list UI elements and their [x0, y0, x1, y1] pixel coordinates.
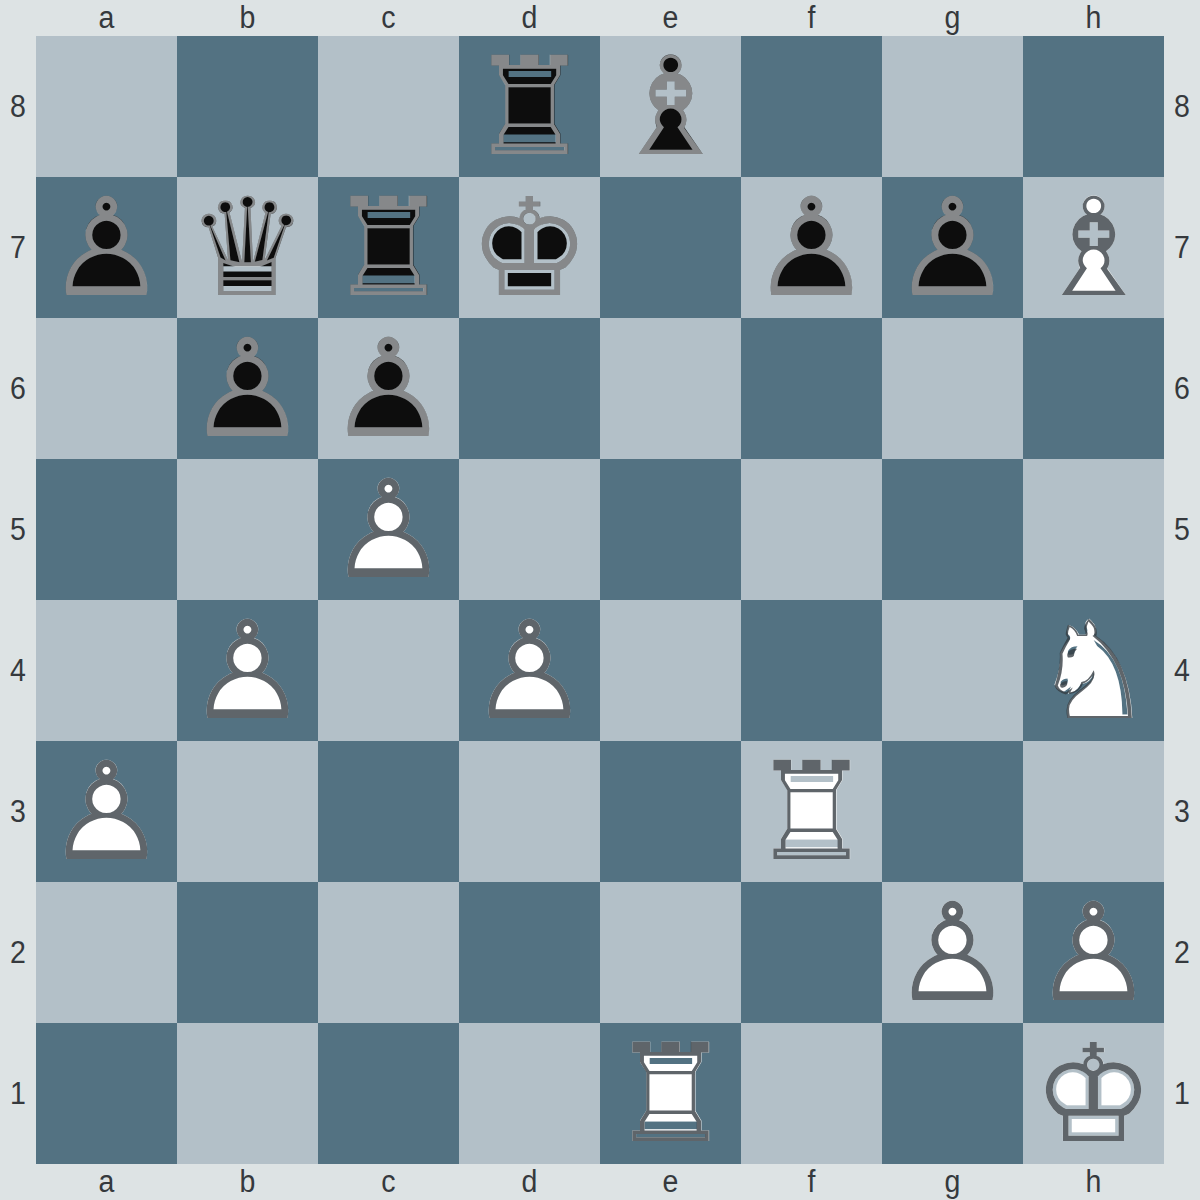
piece-white-pawn: ♟♙: [36, 741, 177, 882]
white-pawn-glyph: ♟: [177, 600, 318, 741]
piece-white-rook: ♜♖: [741, 741, 882, 882]
white-pawn-glyph: ♟: [459, 600, 600, 741]
square-f3[interactable]: ♜♖: [741, 741, 882, 882]
piece-white-pawn: ♟♙: [459, 600, 600, 741]
square-a6[interactable]: [36, 318, 177, 459]
rank-label-4-right: 4: [1165, 600, 1198, 741]
file-label-g-bottom: g: [888, 1164, 1018, 1200]
square-c2[interactable]: [318, 882, 459, 1023]
white-pawn-glyph: ♟: [882, 882, 1023, 1023]
square-d4[interactable]: ♟♙: [459, 600, 600, 741]
white-pawn-detail: ♙: [882, 882, 1023, 1023]
square-a8[interactable]: [36, 36, 177, 177]
piece-black-pawn: ♟♙: [741, 177, 882, 318]
square-d7[interactable]: ♚♔: [459, 177, 600, 318]
rank-label-5-left: 5: [1, 459, 34, 600]
white-pawn-glyph: ♟: [36, 741, 177, 882]
black-pawn-glyph: ♟: [36, 177, 177, 318]
black-queen-glyph: ♛: [177, 177, 318, 318]
square-f6[interactable]: [741, 318, 882, 459]
square-b5[interactable]: [177, 459, 318, 600]
white-rook-detail: ♖: [741, 741, 882, 882]
square-e7[interactable]: [600, 177, 741, 318]
board-corner: [1164, 0, 1200, 36]
piece-black-pawn: ♟♙: [882, 177, 1023, 318]
black-pawn-detail: ♙: [318, 318, 459, 459]
board-corner: [1164, 1164, 1200, 1200]
white-pawn-detail: ♙: [36, 741, 177, 882]
square-e6[interactable]: [600, 318, 741, 459]
square-g6[interactable]: [882, 318, 1023, 459]
square-b8[interactable]: [177, 36, 318, 177]
square-c1[interactable]: [318, 1023, 459, 1164]
rank-label-4-left: 4: [1, 600, 34, 741]
square-e8[interactable]: ♝♗: [600, 36, 741, 177]
rank-label-8-right: 8: [1165, 36, 1198, 177]
piece-black-rook: ♜♖: [459, 36, 600, 177]
file-label-d-top: d: [465, 0, 595, 36]
square-d6[interactable]: [459, 318, 600, 459]
square-f5[interactable]: [741, 459, 882, 600]
black-bishop-glyph: ♝: [600, 36, 741, 177]
black-pawn-detail: ♙: [741, 177, 882, 318]
black-pawn-detail: ♙: [177, 318, 318, 459]
square-d5[interactable]: [459, 459, 600, 600]
piece-black-king: ♚♔: [459, 177, 600, 318]
white-pawn-detail: ♙: [318, 459, 459, 600]
white-pawn-detail: ♙: [177, 600, 318, 741]
square-c8[interactable]: [318, 36, 459, 177]
black-pawn-detail: ♙: [882, 177, 1023, 318]
square-c5[interactable]: ♟♙: [318, 459, 459, 600]
piece-white-pawn: ♟♙: [177, 600, 318, 741]
piece-black-bishop: ♝♗: [600, 36, 741, 177]
piece-white-pawn: ♟♙: [318, 459, 459, 600]
square-h5[interactable]: [1023, 459, 1164, 600]
white-king-detail: ♔: [1023, 1023, 1164, 1164]
white-king-glyph: ♚: [1023, 1023, 1164, 1164]
piece-black-queen: ♛♕: [177, 177, 318, 318]
file-label-a-top: a: [42, 0, 172, 36]
square-d8[interactable]: ♜♖: [459, 36, 600, 177]
file-label-c-bottom: c: [324, 1164, 454, 1200]
white-pawn-glyph: ♟: [1023, 882, 1164, 1023]
rank-label-5-right: 5: [1165, 459, 1198, 600]
black-king-detail: ♔: [459, 177, 600, 318]
square-a2[interactable]: [36, 882, 177, 1023]
square-f1[interactable]: [741, 1023, 882, 1164]
square-a1[interactable]: [36, 1023, 177, 1164]
rank-label-2-right: 2: [1165, 882, 1198, 1023]
square-e4[interactable]: [600, 600, 741, 741]
square-e5[interactable]: [600, 459, 741, 600]
square-g8[interactable]: [882, 36, 1023, 177]
piece-white-rook: ♜♖: [600, 1023, 741, 1164]
white-knight-detail: ♘: [1023, 600, 1164, 741]
board-corner: [0, 0, 36, 36]
square-h3[interactable]: [1023, 741, 1164, 882]
square-f7[interactable]: ♟♙: [741, 177, 882, 318]
square-a7[interactable]: ♟♙: [36, 177, 177, 318]
square-h2[interactable]: ♟♙: [1023, 882, 1164, 1023]
square-a5[interactable]: [36, 459, 177, 600]
square-f2[interactable]: [741, 882, 882, 1023]
square-d1[interactable]: [459, 1023, 600, 1164]
piece-black-pawn: ♟♙: [177, 318, 318, 459]
white-rook-glyph: ♜: [600, 1023, 741, 1164]
square-g7[interactable]: ♟♙: [882, 177, 1023, 318]
square-b2[interactable]: [177, 882, 318, 1023]
square-h7[interactable]: ♝♗: [1023, 177, 1164, 318]
white-bishop-detail: ♗: [1023, 177, 1164, 318]
rank-label-1-left: 1: [1, 1023, 34, 1164]
square-a3[interactable]: ♟♙: [36, 741, 177, 882]
rank-label-6-left: 6: [1, 318, 34, 459]
square-e3[interactable]: [600, 741, 741, 882]
square-c4[interactable]: [318, 600, 459, 741]
square-c7[interactable]: ♜♖: [318, 177, 459, 318]
white-pawn-detail: ♙: [459, 600, 600, 741]
file-label-f-top: f: [747, 0, 877, 36]
square-a4[interactable]: [36, 600, 177, 741]
file-label-e-bottom: e: [606, 1164, 736, 1200]
square-h4[interactable]: ♞♘: [1023, 600, 1164, 741]
piece-white-pawn: ♟♙: [882, 882, 1023, 1023]
square-d3[interactable]: [459, 741, 600, 882]
black-king-glyph: ♚: [459, 177, 600, 318]
square-c6[interactable]: ♟♙: [318, 318, 459, 459]
square-f4[interactable]: [741, 600, 882, 741]
file-label-h-bottom: h: [1029, 1164, 1159, 1200]
piece-white-bishop: ♝♗: [1023, 177, 1164, 318]
rank-label-6-right: 6: [1165, 318, 1198, 459]
white-pawn-detail: ♙: [1023, 882, 1164, 1023]
piece-white-pawn: ♟♙: [1023, 882, 1164, 1023]
white-pawn-glyph: ♟: [318, 459, 459, 600]
piece-white-king: ♚♔: [1023, 1023, 1164, 1164]
white-bishop-glyph: ♝: [1023, 177, 1164, 318]
square-g1[interactable]: [882, 1023, 1023, 1164]
piece-black-rook: ♜♖: [318, 177, 459, 318]
board-corner: [0, 1164, 36, 1200]
square-b7[interactable]: ♛♕: [177, 177, 318, 318]
piece-white-knight: ♞♘: [1023, 600, 1164, 741]
black-pawn-detail: ♙: [36, 177, 177, 318]
file-label-e-top: e: [606, 0, 736, 36]
black-rook-detail: ♖: [318, 177, 459, 318]
square-b6[interactable]: ♟♙: [177, 318, 318, 459]
square-g4[interactable]: [882, 600, 1023, 741]
square-g3[interactable]: [882, 741, 1023, 882]
square-h6[interactable]: [1023, 318, 1164, 459]
file-label-b-bottom: b: [183, 1164, 313, 1200]
file-label-c-top: c: [324, 0, 454, 36]
black-queen-detail: ♕: [177, 177, 318, 318]
file-label-b-top: b: [183, 0, 313, 36]
file-label-a-bottom: a: [42, 1164, 172, 1200]
black-bishop-detail: ♗: [600, 36, 741, 177]
square-c3[interactable]: [318, 741, 459, 882]
rank-label-8-left: 8: [1, 36, 34, 177]
black-rook-detail: ♖: [459, 36, 600, 177]
square-h8[interactable]: [1023, 36, 1164, 177]
file-label-f-bottom: f: [747, 1164, 877, 1200]
rank-label-7-left: 7: [1, 177, 34, 318]
white-rook-glyph: ♜: [741, 741, 882, 882]
square-g5[interactable]: [882, 459, 1023, 600]
square-g2[interactable]: ♟♙: [882, 882, 1023, 1023]
black-rook-glyph: ♜: [459, 36, 600, 177]
black-pawn-glyph: ♟: [882, 177, 1023, 318]
file-label-d-bottom: d: [465, 1164, 595, 1200]
black-pawn-glyph: ♟: [318, 318, 459, 459]
file-label-g-top: g: [888, 0, 1018, 36]
file-label-h-top: h: [1029, 0, 1159, 36]
white-knight-glyph: ♞: [1023, 600, 1164, 741]
rank-label-2-left: 2: [1, 882, 34, 1023]
square-h1[interactable]: ♚♔: [1023, 1023, 1164, 1164]
piece-black-pawn: ♟♙: [36, 177, 177, 318]
square-b4[interactable]: ♟♙: [177, 600, 318, 741]
black-pawn-glyph: ♟: [177, 318, 318, 459]
rank-label-3-right: 3: [1165, 741, 1198, 882]
rank-label-7-right: 7: [1165, 177, 1198, 318]
square-f8[interactable]: [741, 36, 882, 177]
square-d2[interactable]: [459, 882, 600, 1023]
square-b1[interactable]: [177, 1023, 318, 1164]
chess-board: abcdefgh8♜♖♝♗87♟♙♛♕♜♖♚♔♟♙♟♙♝♗76♟♙♟♙65♟♙5…: [0, 0, 1200, 1200]
square-e2[interactable]: [600, 882, 741, 1023]
rank-label-3-left: 3: [1, 741, 34, 882]
square-e1[interactable]: ♜♖: [600, 1023, 741, 1164]
piece-black-pawn: ♟♙: [318, 318, 459, 459]
square-b3[interactable]: [177, 741, 318, 882]
rank-label-1-right: 1: [1165, 1023, 1198, 1164]
black-rook-glyph: ♜: [318, 177, 459, 318]
white-rook-detail: ♖: [600, 1023, 741, 1164]
black-pawn-glyph: ♟: [741, 177, 882, 318]
